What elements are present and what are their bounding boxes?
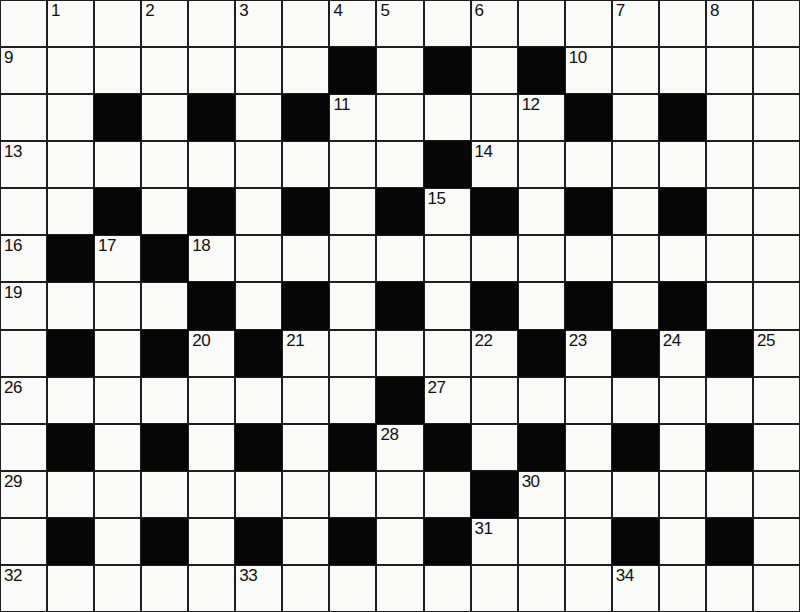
white-cell[interactable] bbox=[706, 565, 753, 612]
white-cell[interactable] bbox=[282, 141, 329, 188]
clue-number: 33 bbox=[239, 567, 257, 585]
white-cell[interactable] bbox=[47, 282, 94, 329]
black-cell bbox=[235, 518, 282, 565]
black-cell bbox=[659, 188, 706, 235]
white-cell[interactable]: 16 bbox=[0, 235, 47, 282]
white-cell[interactable] bbox=[141, 94, 188, 141]
clue-number: 14 bbox=[475, 143, 493, 161]
black-cell bbox=[235, 424, 282, 471]
white-cell[interactable] bbox=[188, 47, 235, 94]
black-cell bbox=[706, 330, 753, 377]
white-cell[interactable] bbox=[94, 518, 141, 565]
white-cell[interactable]: 20 bbox=[188, 330, 235, 377]
white-cell[interactable] bbox=[141, 282, 188, 329]
white-cell[interactable] bbox=[518, 565, 565, 612]
clue-number: 13 bbox=[4, 143, 22, 161]
white-cell[interactable] bbox=[329, 377, 376, 424]
black-cell bbox=[471, 188, 518, 235]
white-cell[interactable] bbox=[565, 235, 612, 282]
white-cell[interactable]: 8 bbox=[706, 0, 753, 47]
white-cell[interactable]: 18 bbox=[188, 235, 235, 282]
white-cell[interactable]: 13 bbox=[0, 141, 47, 188]
clue-number: 20 bbox=[192, 332, 210, 350]
white-cell[interactable] bbox=[753, 47, 800, 94]
white-cell[interactable] bbox=[141, 565, 188, 612]
white-cell[interactable] bbox=[753, 141, 800, 188]
white-cell[interactable] bbox=[612, 235, 659, 282]
white-cell[interactable] bbox=[0, 188, 47, 235]
black-cell bbox=[376, 188, 423, 235]
white-cell[interactable] bbox=[47, 141, 94, 188]
black-cell bbox=[282, 188, 329, 235]
white-cell[interactable] bbox=[141, 377, 188, 424]
white-cell[interactable] bbox=[376, 518, 423, 565]
white-cell[interactable] bbox=[235, 47, 282, 94]
white-cell[interactable] bbox=[424, 94, 471, 141]
white-cell[interactable] bbox=[565, 518, 612, 565]
white-cell[interactable] bbox=[235, 94, 282, 141]
white-cell[interactable] bbox=[753, 377, 800, 424]
black-cell bbox=[706, 518, 753, 565]
white-cell[interactable] bbox=[0, 94, 47, 141]
white-cell[interactable] bbox=[188, 471, 235, 518]
white-cell[interactable] bbox=[94, 330, 141, 377]
white-cell[interactable] bbox=[424, 0, 471, 47]
black-cell bbox=[188, 94, 235, 141]
white-cell[interactable]: 1 bbox=[47, 0, 94, 47]
white-cell[interactable] bbox=[659, 47, 706, 94]
clue-number: 11 bbox=[333, 96, 350, 114]
white-cell[interactable] bbox=[376, 235, 423, 282]
white-cell[interactable]: 31 bbox=[471, 518, 518, 565]
white-cell[interactable] bbox=[376, 141, 423, 188]
white-cell[interactable] bbox=[329, 188, 376, 235]
black-cell bbox=[141, 424, 188, 471]
white-cell[interactable] bbox=[376, 565, 423, 612]
white-cell[interactable] bbox=[659, 141, 706, 188]
clue-number: 19 bbox=[4, 284, 22, 302]
white-cell[interactable]: 5 bbox=[376, 0, 423, 47]
black-cell bbox=[329, 518, 376, 565]
white-cell[interactable]: 21 bbox=[282, 330, 329, 377]
white-cell[interactable] bbox=[329, 330, 376, 377]
white-cell[interactable] bbox=[329, 235, 376, 282]
white-cell[interactable] bbox=[141, 471, 188, 518]
white-cell[interactable] bbox=[47, 565, 94, 612]
black-cell bbox=[329, 424, 376, 471]
white-cell[interactable] bbox=[282, 0, 329, 47]
white-cell[interactable] bbox=[471, 235, 518, 282]
white-cell[interactable]: 29 bbox=[0, 471, 47, 518]
white-cell[interactable] bbox=[424, 282, 471, 329]
white-cell[interactable] bbox=[659, 424, 706, 471]
white-cell[interactable] bbox=[188, 377, 235, 424]
white-cell[interactable] bbox=[753, 188, 800, 235]
white-cell[interactable] bbox=[518, 0, 565, 47]
white-cell[interactable] bbox=[565, 377, 612, 424]
clue-number: 8 bbox=[710, 2, 719, 20]
white-cell[interactable] bbox=[376, 94, 423, 141]
white-cell[interactable] bbox=[282, 565, 329, 612]
white-cell[interactable]: 10 bbox=[565, 47, 612, 94]
white-cell[interactable] bbox=[94, 471, 141, 518]
white-cell[interactable]: 27 bbox=[424, 377, 471, 424]
clue-number: 23 bbox=[569, 332, 587, 350]
white-cell[interactable] bbox=[94, 565, 141, 612]
white-cell[interactable] bbox=[94, 0, 141, 47]
white-cell[interactable] bbox=[235, 235, 282, 282]
white-cell[interactable]: 26 bbox=[0, 377, 47, 424]
white-cell[interactable] bbox=[471, 94, 518, 141]
white-cell[interactable] bbox=[753, 471, 800, 518]
white-cell[interactable] bbox=[188, 141, 235, 188]
white-cell[interactable] bbox=[612, 471, 659, 518]
clue-number: 32 bbox=[4, 567, 22, 585]
black-cell bbox=[424, 518, 471, 565]
white-cell[interactable] bbox=[141, 141, 188, 188]
white-cell[interactable] bbox=[94, 424, 141, 471]
white-cell[interactable] bbox=[471, 424, 518, 471]
white-cell[interactable] bbox=[612, 377, 659, 424]
white-cell[interactable] bbox=[188, 424, 235, 471]
white-cell[interactable] bbox=[706, 235, 753, 282]
white-cell[interactable] bbox=[282, 424, 329, 471]
clue-number: 2 bbox=[145, 2, 154, 20]
black-cell bbox=[47, 518, 94, 565]
black-cell bbox=[47, 235, 94, 282]
white-cell[interactable] bbox=[141, 47, 188, 94]
white-cell[interactable]: 15 bbox=[424, 188, 471, 235]
white-cell[interactable] bbox=[94, 377, 141, 424]
black-cell bbox=[659, 282, 706, 329]
white-cell[interactable] bbox=[753, 0, 800, 47]
white-cell[interactable] bbox=[565, 141, 612, 188]
black-cell bbox=[141, 235, 188, 282]
white-cell[interactable] bbox=[282, 518, 329, 565]
white-cell[interactable]: 7 bbox=[612, 0, 659, 47]
clue-number: 28 bbox=[380, 426, 398, 444]
white-cell[interactable] bbox=[753, 235, 800, 282]
black-cell bbox=[612, 518, 659, 565]
white-cell[interactable] bbox=[706, 94, 753, 141]
clue-number: 10 bbox=[569, 49, 587, 67]
black-cell bbox=[424, 47, 471, 94]
black-cell bbox=[235, 330, 282, 377]
black-cell bbox=[376, 282, 423, 329]
white-cell[interactable]: 17 bbox=[94, 235, 141, 282]
white-cell[interactable] bbox=[188, 565, 235, 612]
black-cell bbox=[518, 330, 565, 377]
clue-number: 5 bbox=[380, 2, 389, 20]
white-cell[interactable] bbox=[565, 424, 612, 471]
white-cell[interactable] bbox=[0, 330, 47, 377]
white-cell[interactable] bbox=[471, 47, 518, 94]
white-cell[interactable] bbox=[706, 471, 753, 518]
white-cell[interactable] bbox=[565, 565, 612, 612]
white-cell[interactable]: 6 bbox=[471, 0, 518, 47]
white-cell[interactable] bbox=[47, 188, 94, 235]
white-cell[interactable] bbox=[282, 47, 329, 94]
clue-number: 1 bbox=[51, 2, 60, 20]
black-cell bbox=[47, 424, 94, 471]
white-cell[interactable] bbox=[659, 518, 706, 565]
white-cell[interactable]: 24 bbox=[659, 330, 706, 377]
white-cell[interactable] bbox=[565, 471, 612, 518]
white-cell[interactable] bbox=[235, 141, 282, 188]
clue-number: 30 bbox=[522, 473, 540, 491]
white-cell[interactable] bbox=[235, 282, 282, 329]
clue-number: 9 bbox=[4, 49, 13, 67]
white-cell[interactable] bbox=[471, 377, 518, 424]
white-cell[interactable] bbox=[47, 471, 94, 518]
white-cell[interactable] bbox=[424, 235, 471, 282]
black-cell bbox=[518, 47, 565, 94]
white-cell[interactable] bbox=[235, 471, 282, 518]
white-cell[interactable]: 3 bbox=[235, 0, 282, 47]
white-cell[interactable] bbox=[706, 282, 753, 329]
white-cell[interactable] bbox=[612, 94, 659, 141]
white-cell[interactable] bbox=[47, 377, 94, 424]
white-cell[interactable] bbox=[282, 471, 329, 518]
clue-number: 18 bbox=[192, 237, 210, 255]
white-cell[interactable] bbox=[424, 330, 471, 377]
black-cell bbox=[282, 94, 329, 141]
black-cell bbox=[565, 282, 612, 329]
white-cell[interactable] bbox=[141, 188, 188, 235]
white-cell[interactable] bbox=[518, 282, 565, 329]
black-cell bbox=[141, 518, 188, 565]
white-cell[interactable] bbox=[424, 565, 471, 612]
white-cell[interactable] bbox=[753, 282, 800, 329]
clue-number: 3 bbox=[239, 2, 248, 20]
white-cell[interactable] bbox=[329, 282, 376, 329]
white-cell[interactable] bbox=[706, 188, 753, 235]
clue-number: 6 bbox=[475, 2, 484, 20]
white-cell[interactable] bbox=[94, 282, 141, 329]
white-cell[interactable] bbox=[329, 565, 376, 612]
black-cell bbox=[659, 94, 706, 141]
white-cell[interactable] bbox=[565, 0, 612, 47]
white-cell[interactable]: 4 bbox=[329, 0, 376, 47]
white-cell[interactable] bbox=[329, 471, 376, 518]
crossword-board: 1234567891011121314151617181920212223242… bbox=[0, 0, 800, 612]
white-cell[interactable]: 34 bbox=[612, 565, 659, 612]
clue-number: 27 bbox=[428, 379, 446, 397]
black-cell bbox=[282, 282, 329, 329]
white-cell[interactable] bbox=[518, 188, 565, 235]
clue-number: 7 bbox=[616, 2, 625, 20]
clue-number: 12 bbox=[522, 96, 540, 114]
clue-number: 15 bbox=[428, 190, 446, 208]
white-cell[interactable] bbox=[706, 141, 753, 188]
white-cell[interactable]: 11 bbox=[329, 94, 376, 141]
white-cell[interactable] bbox=[47, 94, 94, 141]
white-cell[interactable] bbox=[753, 518, 800, 565]
black-cell bbox=[706, 424, 753, 471]
black-cell bbox=[141, 330, 188, 377]
white-cell[interactable] bbox=[376, 471, 423, 518]
white-cell[interactable] bbox=[329, 141, 376, 188]
white-cell[interactable]: 19 bbox=[0, 282, 47, 329]
white-cell[interactable]: 14 bbox=[471, 141, 518, 188]
black-cell bbox=[329, 47, 376, 94]
white-cell[interactable]: 32 bbox=[0, 565, 47, 612]
white-cell[interactable]: 12 bbox=[518, 94, 565, 141]
clue-number: 29 bbox=[4, 473, 22, 491]
white-cell[interactable] bbox=[659, 235, 706, 282]
white-cell[interactable]: 2 bbox=[141, 0, 188, 47]
black-cell bbox=[424, 141, 471, 188]
white-cell[interactable] bbox=[612, 47, 659, 94]
white-cell[interactable] bbox=[659, 471, 706, 518]
white-cell[interactable] bbox=[235, 188, 282, 235]
black-cell bbox=[376, 377, 423, 424]
white-cell[interactable] bbox=[94, 141, 141, 188]
clue-number: 31 bbox=[475, 520, 493, 538]
white-cell[interactable] bbox=[659, 0, 706, 47]
white-cell[interactable]: 33 bbox=[235, 565, 282, 612]
white-cell[interactable] bbox=[659, 377, 706, 424]
white-cell[interactable]: 23 bbox=[565, 330, 612, 377]
black-cell bbox=[518, 424, 565, 471]
white-cell[interactable] bbox=[612, 141, 659, 188]
white-cell[interactable] bbox=[518, 377, 565, 424]
clue-number: 24 bbox=[663, 332, 681, 350]
white-cell[interactable] bbox=[424, 471, 471, 518]
black-cell bbox=[188, 282, 235, 329]
white-cell[interactable] bbox=[753, 565, 800, 612]
white-cell[interactable]: 22 bbox=[471, 330, 518, 377]
white-cell[interactable] bbox=[659, 565, 706, 612]
white-cell[interactable] bbox=[612, 282, 659, 329]
black-cell bbox=[94, 188, 141, 235]
white-cell[interactable] bbox=[94, 47, 141, 94]
white-cell[interactable] bbox=[612, 188, 659, 235]
white-cell[interactable] bbox=[0, 0, 47, 47]
clue-number: 34 bbox=[616, 567, 634, 585]
white-cell[interactable] bbox=[471, 565, 518, 612]
white-cell[interactable]: 25 bbox=[753, 330, 800, 377]
white-cell[interactable] bbox=[188, 518, 235, 565]
white-cell[interactable] bbox=[47, 47, 94, 94]
white-cell[interactable] bbox=[518, 141, 565, 188]
black-cell bbox=[471, 471, 518, 518]
black-cell bbox=[565, 94, 612, 141]
white-cell[interactable] bbox=[235, 377, 282, 424]
white-cell[interactable]: 30 bbox=[518, 471, 565, 518]
black-cell bbox=[188, 188, 235, 235]
black-cell bbox=[47, 330, 94, 377]
white-cell[interactable] bbox=[518, 518, 565, 565]
clue-number: 17 bbox=[98, 237, 116, 255]
black-cell bbox=[612, 330, 659, 377]
white-cell[interactable] bbox=[376, 47, 423, 94]
white-cell[interactable] bbox=[0, 518, 47, 565]
white-cell[interactable] bbox=[753, 424, 800, 471]
clue-number: 21 bbox=[286, 332, 304, 350]
white-cell[interactable] bbox=[188, 0, 235, 47]
clue-number: 22 bbox=[475, 332, 493, 350]
clue-number: 25 bbox=[757, 332, 775, 350]
white-cell[interactable]: 9 bbox=[0, 47, 47, 94]
black-cell bbox=[94, 94, 141, 141]
white-cell[interactable] bbox=[0, 424, 47, 471]
white-cell[interactable] bbox=[753, 94, 800, 141]
black-cell bbox=[612, 424, 659, 471]
clue-number: 26 bbox=[4, 379, 22, 397]
black-cell bbox=[471, 282, 518, 329]
black-cell bbox=[565, 188, 612, 235]
clue-number: 16 bbox=[4, 237, 22, 255]
white-cell[interactable] bbox=[376, 330, 423, 377]
white-cell[interactable] bbox=[706, 47, 753, 94]
white-cell[interactable] bbox=[282, 377, 329, 424]
white-cell[interactable] bbox=[282, 235, 329, 282]
clue-number: 4 bbox=[333, 2, 342, 20]
white-cell[interactable]: 28 bbox=[376, 424, 423, 471]
white-cell[interactable] bbox=[706, 377, 753, 424]
black-cell bbox=[424, 424, 471, 471]
white-cell[interactable] bbox=[518, 235, 565, 282]
